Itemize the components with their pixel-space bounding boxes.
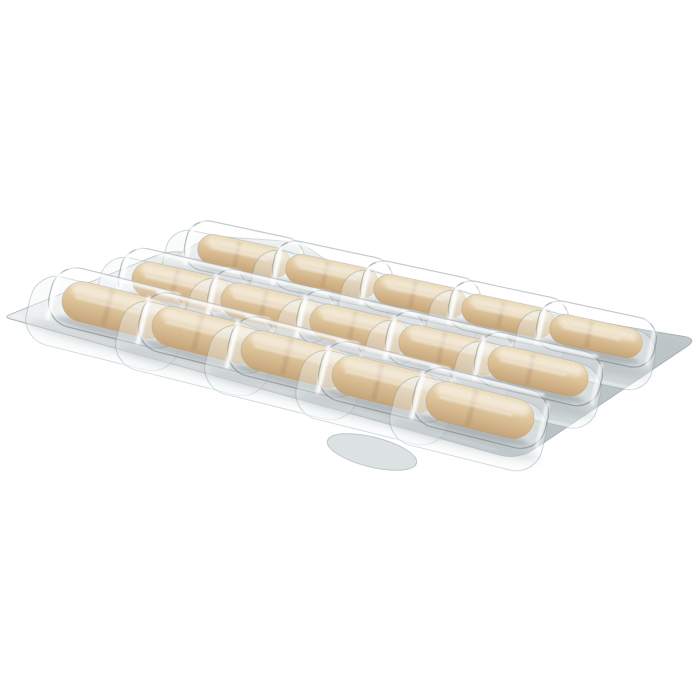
- blister-pack-image: [0, 0, 700, 700]
- blister-pack-photo: [0, 0, 700, 700]
